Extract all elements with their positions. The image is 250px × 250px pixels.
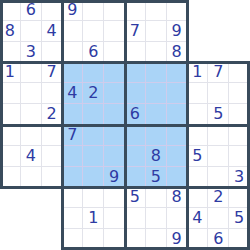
cell-r3c9[interactable]: 8: [167, 42, 188, 63]
cell-r1c7[interactable]: [125, 0, 146, 21]
void-cell: [21, 208, 42, 229]
cell-r2c6[interactable]: [104, 21, 125, 42]
cell-r7c2[interactable]: [21, 125, 42, 146]
cell-r6c9[interactable]: [167, 104, 188, 125]
cell-r10c5[interactable]: [83, 188, 104, 209]
cell-r8c7[interactable]: [125, 146, 146, 167]
cell-r3c2[interactable]: 3: [21, 42, 42, 63]
cell-r4c6[interactable]: [104, 63, 125, 84]
cell-r4c10[interactable]: 1: [188, 63, 209, 84]
grid-line-vertical: [247, 61, 250, 250]
cell-r9c7[interactable]: [125, 167, 146, 188]
grid-line-horizontal: [0, 124, 250, 127]
cell-r8c4[interactable]: [63, 146, 84, 167]
cell-r6c10[interactable]: [188, 104, 209, 125]
cell-r8c6[interactable]: [104, 146, 125, 167]
void-cell: [208, 0, 229, 21]
cell-r9c11[interactable]: [208, 167, 229, 188]
cell-r10c9[interactable]: 8: [167, 188, 188, 209]
void-cell: [0, 208, 21, 229]
cell-r1c4[interactable]: 9: [63, 0, 84, 21]
void-cell: [42, 188, 63, 209]
cell-r10c10[interactable]: [188, 188, 209, 209]
cell-r9c8[interactable]: 5: [146, 167, 167, 188]
cell-r10c8[interactable]: [146, 188, 167, 209]
cell-r1c9[interactable]: [167, 0, 188, 21]
sudoku-board: 698479368171742265748595358214596: [0, 0, 250, 250]
cell-r5c3[interactable]: [42, 83, 63, 104]
cell-r5c7[interactable]: [125, 83, 146, 104]
cell-r2c1[interactable]: 8: [0, 21, 21, 42]
cell-r1c8[interactable]: [146, 0, 167, 21]
void-cell: [208, 21, 229, 42]
cell-r3c1[interactable]: [0, 42, 21, 63]
cell-r4c9[interactable]: [167, 63, 188, 84]
cell-r7c9[interactable]: [167, 125, 188, 146]
cell-r6c2[interactable]: [21, 104, 42, 125]
grid-line-horizontal: [0, 186, 250, 189]
cell-r4c3[interactable]: 7: [42, 63, 63, 84]
cell-r8c1[interactable]: [0, 146, 21, 167]
cell-r5c1[interactable]: [0, 83, 21, 104]
void-cell: [188, 0, 209, 21]
cell-r11c7[interactable]: [125, 208, 146, 229]
cell-r2c2[interactable]: [21, 21, 42, 42]
cell-r8c8[interactable]: 8: [146, 146, 167, 167]
void-cell: [188, 21, 209, 42]
cell-r10c11[interactable]: 2: [208, 188, 229, 209]
cell-r3c3[interactable]: [42, 42, 63, 63]
void-cell: [188, 42, 209, 63]
cell-r1c3[interactable]: [42, 0, 63, 21]
cell-r2c4[interactable]: [63, 21, 84, 42]
cell-r11c9[interactable]: [167, 208, 188, 229]
cell-r5c6[interactable]: [104, 83, 125, 104]
cell-r3c6[interactable]: [104, 42, 125, 63]
cell-r6c6[interactable]: [104, 104, 125, 125]
grid-line-vertical: [0, 0, 3, 189]
cell-r9c5[interactable]: [83, 167, 104, 188]
cell-r2c3[interactable]: 4: [42, 21, 63, 42]
cell-r8c9[interactable]: [167, 146, 188, 167]
cell-r11c5[interactable]: 1: [83, 208, 104, 229]
cell-r6c1[interactable]: [0, 104, 21, 125]
cell-r10c4[interactable]: [63, 188, 84, 209]
cell-r7c6[interactable]: [104, 125, 125, 146]
page: 698479368171742265748595358214596: [0, 0, 250, 250]
cell-r9c10[interactable]: [188, 167, 209, 188]
cell-r11c4[interactable]: [63, 208, 84, 229]
cell-r9c1[interactable]: [0, 167, 21, 188]
cell-r2c8[interactable]: [146, 21, 167, 42]
cell-r6c3[interactable]: 2: [42, 104, 63, 125]
void-cell: [21, 188, 42, 209]
cell-r8c10[interactable]: 5: [188, 146, 209, 167]
cell-r4c5[interactable]: [83, 63, 104, 84]
cell-r4c1[interactable]: 1: [0, 63, 21, 84]
cell-r10c7[interactable]: 5: [125, 188, 146, 209]
cell-r9c4[interactable]: [63, 167, 84, 188]
cell-r7c11[interactable]: [208, 125, 229, 146]
void-cell: [208, 42, 229, 63]
cell-r4c8[interactable]: [146, 63, 167, 84]
cell-r11c10[interactable]: 4: [188, 208, 209, 229]
grid-line-horizontal: [0, 0, 189, 3]
cell-r6c5[interactable]: [83, 104, 104, 125]
cell-r6c7[interactable]: 6: [125, 104, 146, 125]
cell-r8c11[interactable]: [208, 146, 229, 167]
cell-r11c6[interactable]: [104, 208, 125, 229]
void-cell: [229, 42, 250, 63]
cell-r5c5[interactable]: 2: [83, 83, 104, 104]
cell-r7c5[interactable]: [83, 125, 104, 146]
cell-r1c5[interactable]: [83, 0, 104, 21]
cell-r11c11[interactable]: [208, 208, 229, 229]
cell-r7c8[interactable]: [146, 125, 167, 146]
cell-r2c5[interactable]: [83, 21, 104, 42]
cell-r5c2[interactable]: [21, 83, 42, 104]
void-cell: [229, 21, 250, 42]
cell-r7c7[interactable]: [125, 125, 146, 146]
cell-r9c6[interactable]: 9: [104, 167, 125, 188]
cell-r7c10[interactable]: [188, 125, 209, 146]
void-cell: [0, 229, 21, 250]
void-cell: [21, 229, 42, 250]
void-cell: [42, 229, 63, 250]
cell-r4c11[interactable]: 7: [208, 63, 229, 84]
grid-line-horizontal: [0, 61, 250, 64]
cell-r6c11[interactable]: 5: [208, 104, 229, 125]
cell-r5c11[interactable]: [208, 83, 229, 104]
cell-r4c2[interactable]: [21, 63, 42, 84]
cell-r1c6[interactable]: [104, 0, 125, 21]
cell-r8c3[interactable]: [42, 146, 63, 167]
cell-r5c10[interactable]: [188, 83, 209, 104]
cell-r2c7[interactable]: 7: [125, 21, 146, 42]
cell-r5c4[interactable]: 4: [63, 83, 84, 104]
cell-r3c5[interactable]: 6: [83, 42, 104, 63]
cell-r2c9[interactable]: 9: [167, 21, 188, 42]
cell-r4c4[interactable]: [63, 63, 84, 84]
void-cell: [0, 188, 21, 209]
cell-r7c4[interactable]: 7: [63, 125, 84, 146]
cell-r7c1[interactable]: [0, 125, 21, 146]
cell-r10c6[interactable]: [104, 188, 125, 209]
cell-r3c7[interactable]: [125, 42, 146, 63]
cell-r7c3[interactable]: [42, 125, 63, 146]
cell-r9c3[interactable]: [42, 167, 63, 188]
cell-r8c2[interactable]: 4: [21, 146, 42, 167]
cell-r8c5[interactable]: [83, 146, 104, 167]
cell-r5c9[interactable]: [167, 83, 188, 104]
cell-r9c9[interactable]: [167, 167, 188, 188]
cell-r9c2[interactable]: [21, 167, 42, 188]
void-cell: [42, 208, 63, 229]
cell-r6c4[interactable]: [63, 104, 84, 125]
cell-r11c8[interactable]: [146, 208, 167, 229]
cell-r6c8[interactable]: [146, 104, 167, 125]
void-cell: [229, 0, 250, 21]
cell-r1c2[interactable]: 6: [21, 0, 42, 21]
cell-r1c1[interactable]: [0, 0, 21, 21]
cell-r3c8[interactable]: [146, 42, 167, 63]
cell-r3c4[interactable]: [63, 42, 84, 63]
cell-r4c7[interactable]: [125, 63, 146, 84]
cell-r5c8[interactable]: [146, 83, 167, 104]
